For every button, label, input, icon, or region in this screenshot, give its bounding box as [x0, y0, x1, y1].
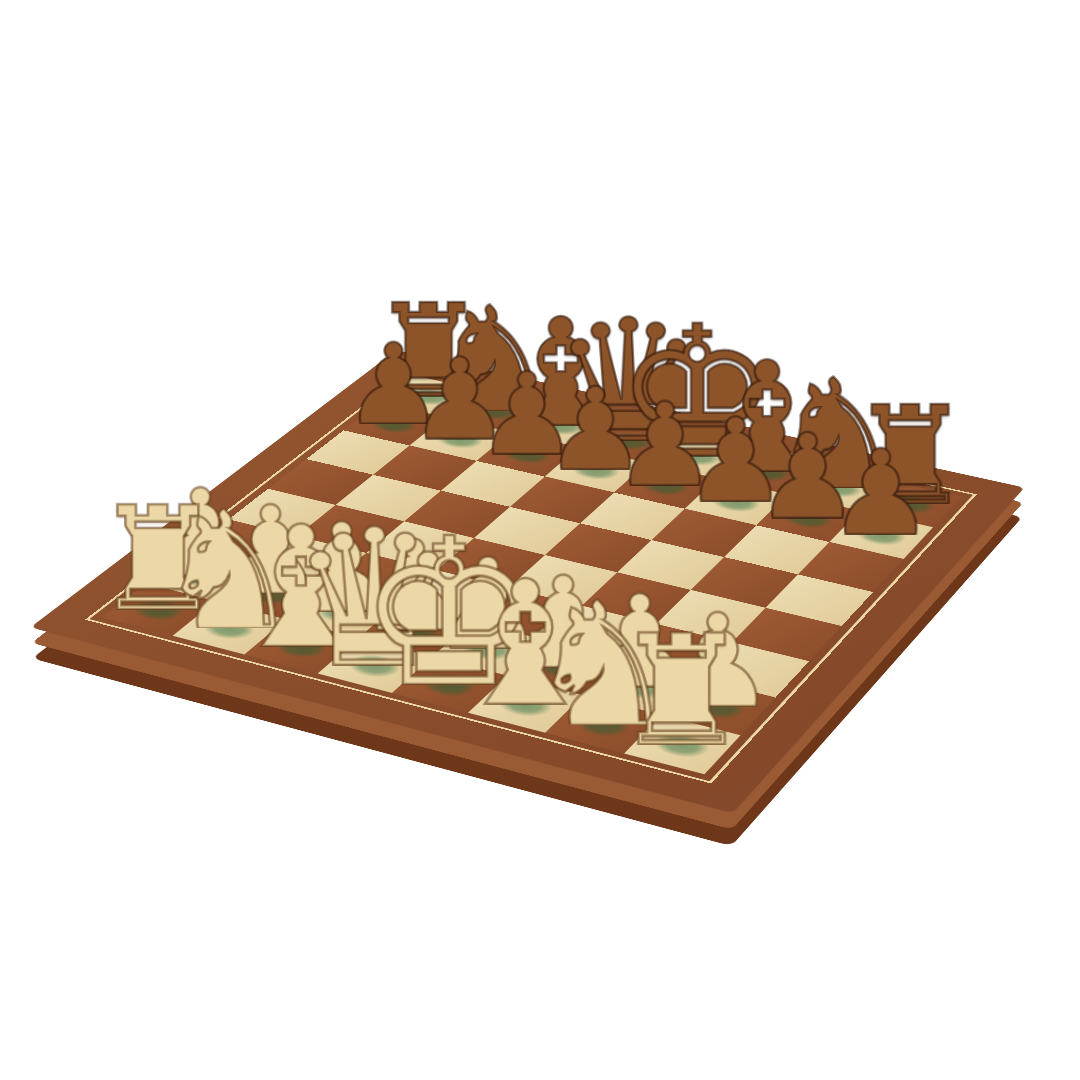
chess-board: ♜♞♝♛♚♝♞♜♟♟♟♟♟♟♟♟♟♟♟♟♟♟♟♟♜♞♝♛♚♝♞♜	[30, 350, 1024, 813]
white-rook-glyph: ♜	[613, 615, 751, 768]
square-h1[interactable]: ♜	[624, 715, 740, 774]
black-pawn-glyph: ♟	[828, 434, 935, 553]
photo-background: ♜♞♝♛♚♝♞♜♟♟♟♟♟♟♟♟♟♟♟♟♟♟♟♟♜♞♝♛♚♝♞♜	[0, 0, 1080, 1080]
board-squares: ♜♞♝♛♚♝♞♜♟♟♟♟♟♟♟♟♟♟♟♟♟♟♟♟♜♞♝♛♚♝♞♜	[102, 375, 961, 774]
